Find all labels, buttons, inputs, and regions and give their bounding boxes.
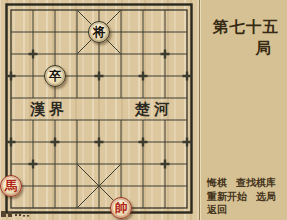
menu-select-game-button[interactable]: 选局 [256, 190, 276, 204]
menu-search-library-button[interactable]: 查找棋库 [236, 176, 276, 190]
piece-black-soldier[interactable]: 卒 [44, 65, 66, 87]
puzzle-title-line1: 第七十五 [208, 16, 282, 37]
puzzle-title-line2: 局 [208, 37, 282, 58]
river-label-hanjie: 漢界 [24, 100, 74, 118]
menu-undo-button[interactable]: 悔棋 [207, 176, 227, 190]
piece-black-general[interactable]: 将 [88, 21, 110, 43]
menu-row-2: 重新开始选局 [207, 190, 287, 204]
river-label-chuhe: 楚河 [132, 100, 176, 118]
menu: 悔棋查找棋库 重新开始选局 返回 [207, 176, 287, 217]
xiangqi-app-window: 漢界 楚河 将 卒 馬 帥 第七十五 局 悔棋查找棋库 重新开始选局 [0, 0, 287, 220]
side-panel: 第七十五 局 悔棋查找棋库 重新开始选局 返回 [199, 0, 287, 220]
menu-restart-button[interactable]: 重新开始 [207, 190, 247, 204]
piece-red-general[interactable]: 帥 [110, 197, 132, 219]
menu-return-button[interactable]: 返回 [207, 203, 227, 217]
watermark-marks [1, 210, 39, 219]
menu-row-1: 悔棋查找棋库 [207, 176, 287, 190]
piece-red-horse[interactable]: 馬 [0, 175, 22, 197]
menu-row-3: 返回 [207, 203, 287, 217]
puzzle-title: 第七十五 局 [208, 16, 282, 58]
